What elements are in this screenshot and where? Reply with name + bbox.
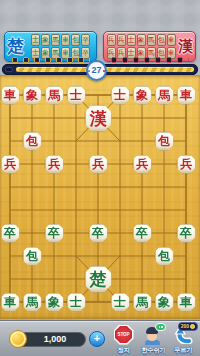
- stop-sign-icon: STOP: [114, 325, 134, 345]
- piece-cho-soldier[interactable]: 卒: [177, 224, 196, 243]
- piece-cho-guard[interactable]: 士: [67, 293, 86, 312]
- piece-han-soldier[interactable]: 兵: [133, 155, 152, 174]
- tray-tile: 象: [41, 34, 50, 46]
- janggi-game-screen: 楚 士象馬車包卒士象馬車包卒 兵兵士象馬包車兵兵士象馬包車 漢 27 車象馬士士…: [0, 0, 200, 356]
- timer-dot-right: [103, 70, 105, 72]
- piece-cho-horse[interactable]: 馬: [23, 293, 42, 312]
- piece-han-cannon[interactable]: 包: [155, 132, 174, 151]
- han-logo: 漢: [178, 39, 193, 54]
- tray-tile: 包: [157, 34, 166, 46]
- piece-cho-elephant[interactable]: 象: [155, 293, 174, 312]
- speech-bubble-icon: [155, 323, 166, 331]
- stop-button-label: 정지: [118, 346, 130, 355]
- coin-icon: [9, 330, 27, 348]
- tray-tile: 士: [127, 34, 136, 46]
- piece-han-guard[interactable]: 士: [67, 86, 86, 105]
- han-player-panel: 兵兵士象馬包車兵兵士象馬包車 漢: [103, 31, 196, 62]
- tray-tile: 包: [71, 34, 80, 46]
- pass-turn-button[interactable]: 한수쉬기: [140, 324, 167, 355]
- timer-chip: [5, 67, 13, 72]
- tray-tile: 馬: [51, 34, 60, 46]
- piece-cho-cannon[interactable]: 包: [23, 247, 42, 266]
- piece-han-horse[interactable]: 馬: [45, 86, 64, 105]
- cho-player-panel: 楚 士象馬車包卒士象馬車包卒: [4, 31, 97, 62]
- piece-han-king[interactable]: 漢: [85, 105, 112, 132]
- avatar-speech-icon: [142, 324, 165, 345]
- piece-han-chariot[interactable]: 車: [1, 86, 20, 105]
- piece-han-elephant[interactable]: 象: [23, 86, 42, 105]
- timer-dot-left: [88, 70, 90, 72]
- tray-tile: 馬: [147, 34, 156, 46]
- piece-han-horse[interactable]: 馬: [155, 86, 174, 105]
- stop-button[interactable]: STOP 정지: [110, 324, 137, 355]
- cho-logo: 楚: [7, 38, 24, 55]
- tray-tile: 車: [61, 34, 70, 46]
- piece-han-soldier[interactable]: 兵: [1, 155, 20, 174]
- piece-cho-cannon[interactable]: 包: [155, 247, 174, 266]
- pass-button-label: 한수쉬기: [142, 346, 166, 355]
- piece-han-soldier[interactable]: 兵: [45, 155, 64, 174]
- bottom-bar: 1,000 + STOP 정지: [0, 320, 200, 356]
- piece-han-chariot[interactable]: 車: [177, 86, 196, 105]
- tray-tile: 兵: [107, 34, 116, 46]
- janggi-board[interactable]: 車象馬士士象馬車漢包包兵兵兵兵兵卒卒卒卒卒包包楚車馬象士士馬象車: [0, 75, 200, 319]
- piece-cho-soldier[interactable]: 卒: [133, 224, 152, 243]
- tray-tile: 兵: [117, 34, 126, 46]
- cho-panel-beads-decor: [11, 56, 90, 64]
- piece-cho-horse[interactable]: 馬: [133, 293, 152, 312]
- piece-cho-soldier[interactable]: 卒: [45, 224, 64, 243]
- tray-tile: 象: [137, 34, 146, 46]
- piece-han-guard[interactable]: 士: [111, 86, 130, 105]
- piece-cho-soldier[interactable]: 卒: [89, 224, 108, 243]
- piece-han-cannon[interactable]: 包: [23, 132, 42, 151]
- small-coin-icon: [190, 324, 195, 329]
- piece-cho-soldier[interactable]: 卒: [1, 224, 20, 243]
- timer-value: 27: [91, 66, 101, 75]
- piece-han-soldier[interactable]: 兵: [177, 155, 196, 174]
- move-timer-badge: 27: [86, 60, 107, 81]
- coin-counter: 1,000 +: [12, 332, 86, 347]
- tray-tile: 車: [167, 34, 176, 46]
- piece-cho-king[interactable]: 楚: [85, 266, 112, 293]
- piece-han-soldier[interactable]: 兵: [89, 155, 108, 174]
- undo-button-label: 무르기: [175, 346, 193, 355]
- action-buttons: STOP 정지 한수쉬기: [110, 324, 197, 355]
- tray-tile: 士: [31, 34, 40, 46]
- undo-button[interactable]: 200 무르기: [170, 324, 197, 355]
- han-panel-beads-decor: [110, 56, 189, 64]
- tray-tile: 卒: [81, 34, 90, 46]
- coin-amount: 1,000: [29, 333, 81, 346]
- piece-cho-elephant[interactable]: 象: [45, 293, 64, 312]
- piece-cho-chariot[interactable]: 車: [177, 293, 196, 312]
- piece-cho-chariot[interactable]: 車: [1, 293, 20, 312]
- undo-cost-badge: 200: [178, 322, 198, 331]
- add-coins-button[interactable]: +: [89, 331, 105, 347]
- piece-han-elephant[interactable]: 象: [133, 86, 152, 105]
- piece-cho-guard[interactable]: 士: [111, 293, 130, 312]
